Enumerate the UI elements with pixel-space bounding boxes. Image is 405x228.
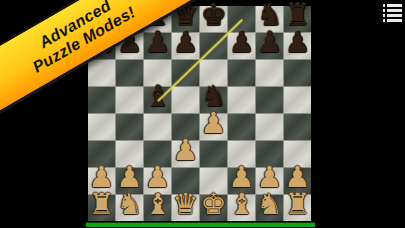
square-a6[interactable] (88, 60, 115, 86)
square-h4[interactable] (284, 114, 311, 140)
square-a4[interactable] (88, 114, 115, 140)
piece-black-knight: ♞ (257, 1, 283, 30)
square-g4[interactable] (256, 114, 283, 140)
square-f4[interactable] (228, 114, 255, 140)
square-d5[interactable] (172, 87, 199, 113)
menu-icon-bar (383, 19, 402, 22)
square-f6[interactable] (228, 60, 255, 86)
square-e1[interactable]: ♚ (200, 195, 227, 221)
square-g2[interactable]: ♟ (256, 168, 283, 194)
square-e6[interactable] (200, 60, 227, 86)
square-g5[interactable] (256, 87, 283, 113)
square-g8[interactable]: ♞ (256, 6, 283, 32)
square-e3[interactable] (200, 141, 227, 167)
engine-progress-bar (86, 222, 315, 227)
square-c1[interactable]: ♝ (144, 195, 171, 221)
square-c3[interactable] (144, 141, 171, 167)
piece-black-king: ♚ (201, 1, 227, 30)
square-d3[interactable]: ♟ (172, 141, 199, 167)
square-f2[interactable]: ♟ (228, 168, 255, 194)
square-b6[interactable] (116, 60, 143, 86)
square-h7[interactable]: ♟ (284, 33, 311, 59)
menu-icon-bar (383, 4, 402, 7)
square-g7[interactable]: ♟ (256, 33, 283, 59)
square-g3[interactable] (256, 141, 283, 167)
square-f1[interactable]: ♝ (228, 195, 255, 221)
square-e4[interactable]: ♟ (200, 114, 227, 140)
square-d4[interactable] (172, 114, 199, 140)
square-h2[interactable]: ♟ (284, 168, 311, 194)
square-g1[interactable]: ♞ (256, 195, 283, 221)
square-c7[interactable]: ♟ (144, 33, 171, 59)
square-h6[interactable] (284, 60, 311, 86)
square-d7[interactable]: ♟ (172, 33, 199, 59)
square-d2[interactable] (172, 168, 199, 194)
square-b5[interactable] (116, 87, 143, 113)
square-c2[interactable]: ♟ (144, 168, 171, 194)
square-f5[interactable] (228, 87, 255, 113)
square-a3[interactable] (88, 141, 115, 167)
menu-icon[interactable] (383, 4, 402, 24)
menu-icon-bar (383, 14, 402, 17)
square-h3[interactable] (284, 141, 311, 167)
square-a1[interactable]: ♜ (88, 195, 115, 221)
square-b2[interactable]: ♟ (116, 168, 143, 194)
square-e5[interactable]: ♞ (200, 87, 227, 113)
square-c6[interactable] (144, 60, 171, 86)
square-b3[interactable] (116, 141, 143, 167)
square-c4[interactable] (144, 114, 171, 140)
piece-black-rook: ♜ (285, 1, 311, 30)
square-h8[interactable]: ♜ (284, 6, 311, 32)
square-d1[interactable]: ♛ (172, 195, 199, 221)
square-g6[interactable] (256, 60, 283, 86)
square-a5[interactable] (88, 87, 115, 113)
square-h1[interactable]: ♜ (284, 195, 311, 221)
menu-icon-bar (383, 9, 402, 12)
square-h5[interactable] (284, 87, 311, 113)
square-a2[interactable]: ♟ (88, 168, 115, 194)
square-b4[interactable] (116, 114, 143, 140)
square-e8[interactable]: ♚ (200, 6, 227, 32)
square-f3[interactable] (228, 141, 255, 167)
square-f7[interactable]: ♟ (228, 33, 255, 59)
app-screen: ♜♝♛♚♞♜♟♟♟♟♟♟♟♝♞♟♟♟♟♟♟♟♟♜♞♝♛♚♝♞♜ Advanced… (0, 0, 405, 228)
square-e2[interactable] (200, 168, 227, 194)
square-b1[interactable]: ♞ (116, 195, 143, 221)
